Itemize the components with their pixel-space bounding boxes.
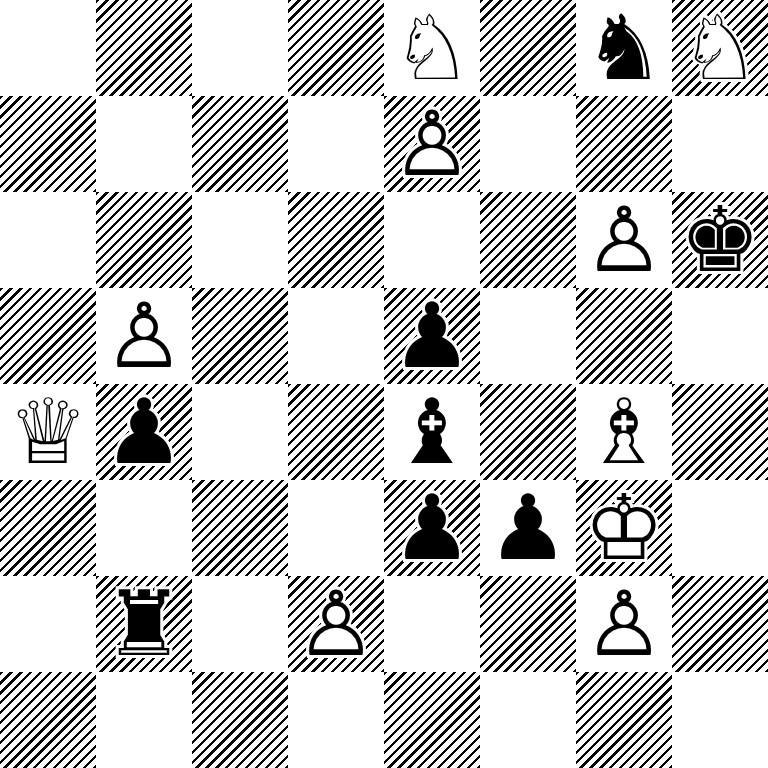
square-f3[interactable]: ♟♟: [480, 480, 576, 576]
square-c6[interactable]: [192, 192, 288, 288]
square-a4[interactable]: ♛♕: [0, 384, 96, 480]
square-d7[interactable]: [288, 96, 384, 192]
square-b1[interactable]: [96, 672, 192, 768]
square-a8[interactable]: [0, 0, 96, 96]
square-h5[interactable]: [672, 288, 768, 384]
piece-white-king: ♔: [576, 480, 672, 576]
square-c3[interactable]: [192, 480, 288, 576]
piece-black-pawn: ♟: [384, 288, 480, 384]
square-g5[interactable]: [576, 288, 672, 384]
square-a6[interactable]: [0, 192, 96, 288]
square-b2[interactable]: ♜♜: [96, 576, 192, 672]
piece-white-knight: ♘: [384, 0, 480, 96]
square-d3[interactable]: [288, 480, 384, 576]
chess-board: ♞♘♞♞♞♘♟♙♟♙♚♚♟♙♟♟♛♕♟♟♝♝♝♗♟♟♟♟♚♔♜♜♟♙♟♙: [0, 0, 768, 768]
piece-black-pawn: ♟: [384, 480, 480, 576]
square-h6[interactable]: ♚♚: [672, 192, 768, 288]
piece-white-bishop: ♗: [576, 384, 672, 480]
piece-white-pawn: ♙: [288, 576, 384, 672]
square-g7[interactable]: [576, 96, 672, 192]
square-f6[interactable]: [480, 192, 576, 288]
square-c4[interactable]: [192, 384, 288, 480]
piece-white-pawn: ♙: [576, 192, 672, 288]
piece-white-pawn: ♙: [576, 576, 672, 672]
square-c8[interactable]: [192, 0, 288, 96]
square-h3[interactable]: [672, 480, 768, 576]
piece-white-pawn: ♙: [96, 288, 192, 384]
square-f2[interactable]: [480, 576, 576, 672]
square-h8[interactable]: ♞♘: [672, 0, 768, 96]
square-a7[interactable]: [0, 96, 96, 192]
square-e8[interactable]: ♞♘: [384, 0, 480, 96]
square-f5[interactable]: [480, 288, 576, 384]
square-d1[interactable]: [288, 672, 384, 768]
square-e6[interactable]: [384, 192, 480, 288]
square-g8[interactable]: ♞♞: [576, 0, 672, 96]
square-a3[interactable]: [0, 480, 96, 576]
square-g3[interactable]: ♚♔: [576, 480, 672, 576]
square-f1[interactable]: [480, 672, 576, 768]
piece-white-knight: ♘: [672, 0, 768, 96]
square-d6[interactable]: [288, 192, 384, 288]
square-h7[interactable]: [672, 96, 768, 192]
piece-black-knight: ♞: [576, 0, 672, 96]
piece-black-pawn: ♟: [480, 480, 576, 576]
square-b8[interactable]: [96, 0, 192, 96]
square-b5[interactable]: ♟♙: [96, 288, 192, 384]
square-d5[interactable]: [288, 288, 384, 384]
square-a1[interactable]: [0, 672, 96, 768]
square-c7[interactable]: [192, 96, 288, 192]
square-g2[interactable]: ♟♙: [576, 576, 672, 672]
square-b6[interactable]: [96, 192, 192, 288]
square-d8[interactable]: [288, 0, 384, 96]
square-c1[interactable]: [192, 672, 288, 768]
piece-black-bishop: ♝: [384, 384, 480, 480]
square-c2[interactable]: [192, 576, 288, 672]
square-g4[interactable]: ♝♗: [576, 384, 672, 480]
square-e5[interactable]: ♟♟: [384, 288, 480, 384]
piece-black-rook: ♜: [96, 576, 192, 672]
square-e1[interactable]: [384, 672, 480, 768]
square-b3[interactable]: [96, 480, 192, 576]
square-e4[interactable]: ♝♝: [384, 384, 480, 480]
square-a2[interactable]: [0, 576, 96, 672]
square-h2[interactable]: [672, 576, 768, 672]
square-d4[interactable]: [288, 384, 384, 480]
square-g6[interactable]: ♟♙: [576, 192, 672, 288]
square-b4[interactable]: ♟♟: [96, 384, 192, 480]
square-c5[interactable]: [192, 288, 288, 384]
square-h1[interactable]: [672, 672, 768, 768]
piece-white-pawn: ♙: [384, 96, 480, 192]
square-g1[interactable]: [576, 672, 672, 768]
piece-white-queen: ♕: [0, 384, 96, 480]
square-d2[interactable]: ♟♙: [288, 576, 384, 672]
piece-black-king: ♚: [672, 192, 768, 288]
square-e3[interactable]: ♟♟: [384, 480, 480, 576]
square-b7[interactable]: [96, 96, 192, 192]
square-f8[interactable]: [480, 0, 576, 96]
square-f7[interactable]: [480, 96, 576, 192]
square-e2[interactable]: [384, 576, 480, 672]
square-a5[interactable]: [0, 288, 96, 384]
square-h4[interactable]: [672, 384, 768, 480]
square-e7[interactable]: ♟♙: [384, 96, 480, 192]
square-f4[interactable]: [480, 384, 576, 480]
piece-black-pawn: ♟: [96, 384, 192, 480]
